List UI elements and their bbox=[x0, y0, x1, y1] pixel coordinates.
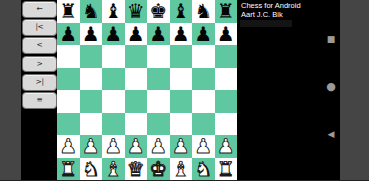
square-e2[interactable]: ♟ bbox=[147, 135, 170, 158]
square-e7[interactable]: ♟ bbox=[147, 23, 170, 46]
piece-black-pawn: ♟ bbox=[57, 23, 80, 46]
square-d1[interactable]: ♛ bbox=[125, 158, 148, 181]
square-a1[interactable]: ♜ bbox=[57, 158, 80, 181]
android-back-icon[interactable]: ◀ bbox=[323, 129, 339, 139]
prev-move-button[interactable]: < bbox=[22, 37, 57, 54]
piece-black-pawn: ♟ bbox=[125, 23, 148, 46]
piece-white-pawn: ♟ bbox=[192, 135, 215, 158]
square-d5[interactable] bbox=[125, 68, 148, 91]
last-move-button[interactable]: >| bbox=[22, 74, 57, 91]
square-e1[interactable]: ♚ bbox=[147, 158, 170, 181]
square-f6[interactable] bbox=[170, 45, 193, 68]
square-d4[interactable] bbox=[125, 90, 148, 113]
square-g4[interactable] bbox=[192, 90, 215, 113]
piece-black-pawn: ♟ bbox=[170, 23, 193, 46]
android-home-icon[interactable]: ● bbox=[323, 80, 339, 93]
square-f1[interactable]: ♝ bbox=[170, 158, 193, 181]
square-h6[interactable] bbox=[215, 45, 238, 68]
square-f8[interactable]: ♝ bbox=[170, 0, 193, 23]
square-h2[interactable]: ♟ bbox=[215, 135, 238, 158]
chess-board[interactable]: ♜♞♝♛♚♝♞♜♟♟♟♟♟♟♟♟♟♟♟♟♟♟♟♟♜♞♝♛♚♝♞♜ bbox=[57, 0, 237, 180]
square-f7[interactable]: ♟ bbox=[170, 23, 193, 46]
square-b5[interactable] bbox=[80, 68, 103, 91]
piece-black-rook: ♜ bbox=[57, 0, 80, 23]
square-a7[interactable]: ♟ bbox=[57, 23, 80, 46]
next-move-button[interactable]: > bbox=[22, 56, 57, 73]
piece-white-pawn: ♟ bbox=[147, 135, 170, 158]
piece-white-pawn: ♟ bbox=[170, 135, 193, 158]
piece-white-bishop: ♝ bbox=[170, 158, 193, 181]
square-a3[interactable] bbox=[57, 113, 80, 136]
piece-black-pawn: ♟ bbox=[102, 23, 125, 46]
piece-black-pawn: ♟ bbox=[147, 23, 170, 46]
first-move-button[interactable]: |< bbox=[22, 19, 57, 36]
square-d7[interactable]: ♟ bbox=[125, 23, 148, 46]
square-c7[interactable]: ♟ bbox=[102, 23, 125, 46]
square-a6[interactable] bbox=[57, 45, 80, 68]
square-b1[interactable]: ♞ bbox=[80, 158, 103, 181]
square-a5[interactable] bbox=[57, 68, 80, 91]
square-g8[interactable]: ♞ bbox=[192, 0, 215, 23]
square-h1[interactable]: ♜ bbox=[215, 158, 238, 181]
square-f5[interactable] bbox=[170, 68, 193, 91]
square-a4[interactable] bbox=[57, 90, 80, 113]
square-b8[interactable]: ♞ bbox=[80, 0, 103, 23]
menu-button[interactable]: ≡ bbox=[22, 92, 57, 109]
square-b7[interactable]: ♟ bbox=[80, 23, 103, 46]
piece-white-bishop: ♝ bbox=[102, 158, 125, 181]
square-g6[interactable] bbox=[192, 45, 215, 68]
piece-black-bishop: ♝ bbox=[102, 0, 125, 23]
status-strip bbox=[240, 20, 292, 27]
square-e8[interactable]: ♚ bbox=[147, 0, 170, 23]
piece-black-knight: ♞ bbox=[192, 0, 215, 23]
move-nav-buttons: ←|<<>>|≡ bbox=[22, 1, 57, 109]
piece-white-queen: ♛ bbox=[125, 158, 148, 181]
square-e3[interactable] bbox=[147, 113, 170, 136]
piece-black-bishop: ♝ bbox=[170, 0, 193, 23]
square-h7[interactable]: ♟ bbox=[215, 23, 238, 46]
store-screenshot-letterbox: ←|<<>>|≡ ♜♞♝♛♚♝♞♜♟♟♟♟♟♟♟♟♟♟♟♟♟♟♟♟♜♞♝♛♚♝♞… bbox=[0, 0, 369, 180]
piece-white-knight: ♞ bbox=[192, 158, 215, 181]
square-g3[interactable] bbox=[192, 113, 215, 136]
square-g5[interactable] bbox=[192, 68, 215, 91]
piece-white-pawn: ♟ bbox=[125, 135, 148, 158]
square-c8[interactable]: ♝ bbox=[102, 0, 125, 23]
square-c4[interactable] bbox=[102, 90, 125, 113]
piece-black-pawn: ♟ bbox=[80, 23, 103, 46]
square-e6[interactable] bbox=[147, 45, 170, 68]
undo-button[interactable]: ← bbox=[22, 1, 57, 18]
square-d2[interactable]: ♟ bbox=[125, 135, 148, 158]
piece-black-rook: ♜ bbox=[215, 0, 238, 23]
piece-white-knight: ♞ bbox=[80, 158, 103, 181]
square-a2[interactable]: ♟ bbox=[57, 135, 80, 158]
square-g2[interactable]: ♟ bbox=[192, 135, 215, 158]
piece-black-queen: ♛ bbox=[125, 0, 148, 23]
piece-white-pawn: ♟ bbox=[57, 135, 80, 158]
square-b4[interactable] bbox=[80, 90, 103, 113]
square-c1[interactable]: ♝ bbox=[102, 158, 125, 181]
piece-white-pawn: ♟ bbox=[102, 135, 125, 158]
square-c3[interactable] bbox=[102, 113, 125, 136]
square-f4[interactable] bbox=[170, 90, 193, 113]
square-c2[interactable]: ♟ bbox=[102, 135, 125, 158]
square-h5[interactable] bbox=[215, 68, 238, 91]
piece-black-knight: ♞ bbox=[80, 0, 103, 23]
square-h3[interactable] bbox=[215, 113, 238, 136]
app-author: Aart J.C. Bik bbox=[241, 11, 301, 20]
piece-white-pawn: ♟ bbox=[80, 135, 103, 158]
piece-white-rook: ♜ bbox=[215, 158, 238, 181]
square-b3[interactable] bbox=[80, 113, 103, 136]
chess-for-android-app-screen: ←|<<>>|≡ ♜♞♝♛♚♝♞♜♟♟♟♟♟♟♟♟♟♟♟♟♟♟♟♟♜♞♝♛♚♝♞… bbox=[21, 0, 340, 180]
square-f3[interactable] bbox=[170, 113, 193, 136]
square-d6[interactable] bbox=[125, 45, 148, 68]
square-b6[interactable] bbox=[80, 45, 103, 68]
square-e5[interactable] bbox=[147, 68, 170, 91]
square-a8[interactable]: ♜ bbox=[57, 0, 80, 23]
square-e4[interactable] bbox=[147, 90, 170, 113]
android-recents-icon[interactable]: ■ bbox=[323, 34, 339, 44]
square-b2[interactable]: ♟ bbox=[80, 135, 103, 158]
square-f2[interactable]: ♟ bbox=[170, 135, 193, 158]
piece-white-rook: ♜ bbox=[57, 158, 80, 181]
square-d3[interactable] bbox=[125, 113, 148, 136]
piece-white-king: ♚ bbox=[147, 158, 170, 181]
app-info: Chess for Android Aart J.C. Bik bbox=[241, 2, 301, 19]
square-g1[interactable]: ♞ bbox=[192, 158, 215, 181]
square-h8[interactable]: ♜ bbox=[215, 0, 238, 23]
piece-white-pawn: ♟ bbox=[215, 135, 238, 158]
square-h4[interactable] bbox=[215, 90, 238, 113]
piece-black-pawn: ♟ bbox=[192, 23, 215, 46]
piece-black-pawn: ♟ bbox=[215, 23, 238, 46]
piece-black-king: ♚ bbox=[147, 0, 170, 23]
square-g7[interactable]: ♟ bbox=[192, 23, 215, 46]
square-c6[interactable] bbox=[102, 45, 125, 68]
square-c5[interactable] bbox=[102, 68, 125, 91]
square-d8[interactable]: ♛ bbox=[125, 0, 148, 23]
